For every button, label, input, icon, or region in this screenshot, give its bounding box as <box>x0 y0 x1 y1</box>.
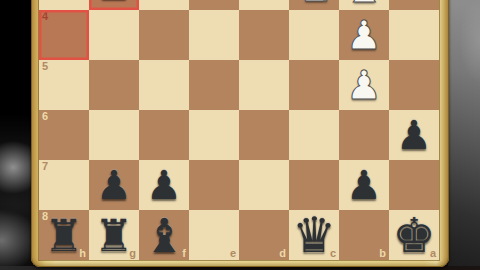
rank-label-8: 8 <box>42 211 48 222</box>
white-pawn-b4: ♟ <box>339 10 389 60</box>
white-pawn-b5: ♟ <box>339 60 389 110</box>
square-f3[interactable] <box>139 0 189 10</box>
rank-label-5: 5 <box>42 61 48 72</box>
square-d7[interactable] <box>239 160 289 210</box>
black-pawn-b7: ♟ <box>339 160 389 210</box>
square-d6[interactable] <box>239 110 289 160</box>
square-f7[interactable]: ♟ <box>139 160 189 210</box>
square-b8[interactable]: b <box>339 210 389 260</box>
file-label-f: f <box>182 248 186 259</box>
square-e7[interactable] <box>189 160 239 210</box>
white-bishop-b3: ♝ <box>339 0 389 10</box>
square-a5[interactable] <box>389 60 439 110</box>
square-e8[interactable]: e <box>189 210 239 260</box>
file-label-b: b <box>379 248 386 259</box>
rank-label-7: 7 <box>42 161 48 172</box>
black-pawn-a6: ♟ <box>389 110 439 160</box>
chessboard-frame: ♟♞♝4♟5♟6♟7♟♟♟8h♜g♜f♝edc♛ba♚ <box>31 0 449 267</box>
square-h8[interactable]: 8h♜ <box>39 210 89 260</box>
square-d4[interactable] <box>239 10 289 60</box>
square-h3[interactable] <box>39 0 89 10</box>
square-f6[interactable] <box>139 110 189 160</box>
background-right-blur <box>448 0 480 270</box>
square-a6[interactable]: ♟ <box>389 110 439 160</box>
square-g6[interactable] <box>89 110 139 160</box>
square-c8[interactable]: c♛ <box>289 210 339 260</box>
square-g8[interactable]: g♜ <box>89 210 139 260</box>
white-knight-c3: ♞ <box>289 0 339 10</box>
square-h5[interactable]: 5 <box>39 60 89 110</box>
background-left-blur <box>0 0 33 270</box>
square-a3[interactable] <box>389 0 439 10</box>
square-e4[interactable] <box>189 10 239 60</box>
square-g3[interactable]: ♟ <box>89 0 139 10</box>
black-pawn-f7: ♟ <box>139 160 189 210</box>
square-f5[interactable] <box>139 60 189 110</box>
file-label-d: d <box>279 248 286 259</box>
board-squares: ♟♞♝4♟5♟6♟7♟♟♟8h♜g♜f♝edc♛ba♚ <box>39 0 439 260</box>
square-g7[interactable]: ♟ <box>89 160 139 210</box>
square-c3[interactable]: ♞ <box>289 0 339 10</box>
square-h6[interactable]: 6 <box>39 110 89 160</box>
square-b4[interactable]: ♟ <box>339 10 389 60</box>
black-pawn-g7: ♟ <box>89 160 139 210</box>
black-pawn-g3: ♟ <box>89 0 139 10</box>
square-d5[interactable] <box>239 60 289 110</box>
square-a8[interactable]: a♚ <box>389 210 439 260</box>
square-f4[interactable] <box>139 10 189 60</box>
square-b5[interactable]: ♟ <box>339 60 389 110</box>
square-d3[interactable] <box>239 0 289 10</box>
rank-label-4: 4 <box>42 11 48 22</box>
square-e5[interactable] <box>189 60 239 110</box>
square-b3[interactable]: ♝ <box>339 0 389 10</box>
square-b6[interactable] <box>339 110 389 160</box>
square-g5[interactable] <box>89 60 139 110</box>
rank-label-6: 6 <box>42 111 48 122</box>
square-d8[interactable]: d <box>239 210 289 260</box>
file-label-a: a <box>430 248 436 259</box>
square-a7[interactable] <box>389 160 439 210</box>
square-a4[interactable] <box>389 10 439 60</box>
file-label-g: g <box>129 248 136 259</box>
square-f8[interactable]: f♝ <box>139 210 189 260</box>
square-g4[interactable] <box>89 10 139 60</box>
square-c6[interactable] <box>289 110 339 160</box>
square-e3[interactable] <box>189 0 239 10</box>
square-b7[interactable]: ♟ <box>339 160 389 210</box>
square-e6[interactable] <box>189 110 239 160</box>
square-c7[interactable] <box>289 160 339 210</box>
file-label-c: c <box>330 248 336 259</box>
square-h4[interactable]: 4 <box>39 10 89 60</box>
square-h7[interactable]: 7 <box>39 160 89 210</box>
file-label-h: h <box>79 248 86 259</box>
square-c5[interactable] <box>289 60 339 110</box>
square-c4[interactable] <box>289 10 339 60</box>
file-label-e: e <box>230 248 236 259</box>
